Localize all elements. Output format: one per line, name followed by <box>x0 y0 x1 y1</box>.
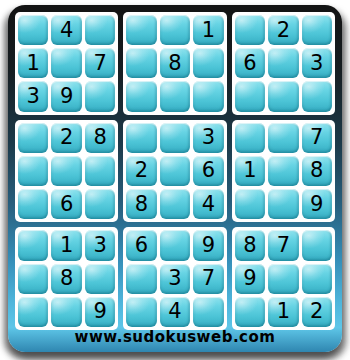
cell-r1c8[interactable]: 2 <box>268 15 298 45</box>
cell-r5c3[interactable] <box>85 156 115 186</box>
box-2-1: 286 <box>15 120 118 223</box>
cell-r9c3[interactable]: 9 <box>85 297 115 327</box>
box-1-3: 263 <box>232 12 335 115</box>
cell-r5c5[interactable] <box>160 156 190 186</box>
cell-r6c7[interactable] <box>235 189 265 219</box>
cell-r2c7[interactable]: 6 <box>235 48 265 78</box>
cell-r6c5[interactable] <box>160 189 190 219</box>
cell-r3c2[interactable]: 9 <box>51 81 81 111</box>
cell-r6c6[interactable]: 4 <box>193 189 223 219</box>
cell-r9c1[interactable] <box>18 297 48 327</box>
cell-r2c8[interactable] <box>268 48 298 78</box>
cell-r7c5[interactable] <box>160 230 190 260</box>
cell-r4c9[interactable]: 7 <box>302 123 332 153</box>
cell-r7c3[interactable]: 3 <box>85 230 115 260</box>
sudoku-board-plaque: 417391826328632684718913896937487912 www… <box>8 5 342 352</box>
cell-r9c6[interactable] <box>193 297 223 327</box>
cell-r5c7[interactable]: 1 <box>235 156 265 186</box>
cell-r3c7[interactable] <box>235 81 265 111</box>
cell-r4c3[interactable]: 8 <box>85 123 115 153</box>
box-3-2: 69374 <box>123 227 226 330</box>
cell-r6c1[interactable] <box>18 189 48 219</box>
box-1-1: 41739 <box>15 12 118 115</box>
cell-r2c4[interactable] <box>126 48 156 78</box>
cell-r4c5[interactable] <box>160 123 190 153</box>
cell-r2c5[interactable]: 8 <box>160 48 190 78</box>
cell-r1c3[interactable] <box>85 15 115 45</box>
cell-r1c9[interactable] <box>302 15 332 45</box>
site-footer: www.sudokusweb.com <box>8 328 342 346</box>
cell-r9c2[interactable] <box>51 297 81 327</box>
cell-r4c7[interactable] <box>235 123 265 153</box>
cell-r5c6[interactable]: 6 <box>193 156 223 186</box>
box-2-2: 32684 <box>123 120 226 223</box>
box-2-3: 7189 <box>232 120 335 223</box>
cell-r6c3[interactable] <box>85 189 115 219</box>
cell-r4c2[interactable]: 2 <box>51 123 81 153</box>
cell-r6c2[interactable]: 6 <box>51 189 81 219</box>
cell-r1c5[interactable] <box>160 15 190 45</box>
cell-r2c9[interactable]: 3 <box>302 48 332 78</box>
site-url[interactable]: www.sudokusweb.com <box>75 328 276 346</box>
cell-r4c6[interactable]: 3 <box>193 123 223 153</box>
sudoku-board: 417391826328632684718913896937487912 <box>15 12 335 330</box>
cell-r3c9[interactable] <box>302 81 332 111</box>
cell-r5c1[interactable] <box>18 156 48 186</box>
cell-r3c4[interactable] <box>126 81 156 111</box>
cell-r1c1[interactable] <box>18 15 48 45</box>
cell-r7c8[interactable]: 7 <box>268 230 298 260</box>
cell-r4c4[interactable] <box>126 123 156 153</box>
box-3-1: 1389 <box>15 227 118 330</box>
cell-r7c6[interactable]: 9 <box>193 230 223 260</box>
cell-r8c1[interactable] <box>18 264 48 294</box>
cell-r8c7[interactable]: 9 <box>235 264 265 294</box>
cell-r2c6[interactable] <box>193 48 223 78</box>
cell-r8c5[interactable]: 3 <box>160 264 190 294</box>
cell-r5c8[interactable] <box>268 156 298 186</box>
cell-r5c9[interactable]: 8 <box>302 156 332 186</box>
cell-r3c6[interactable] <box>193 81 223 111</box>
cell-r9c8[interactable]: 1 <box>268 297 298 327</box>
cell-r8c8[interactable] <box>268 264 298 294</box>
cell-r6c4[interactable]: 8 <box>126 189 156 219</box>
cell-r7c7[interactable]: 8 <box>235 230 265 260</box>
cell-r1c7[interactable] <box>235 15 265 45</box>
cell-r4c1[interactable] <box>18 123 48 153</box>
cell-r1c4[interactable] <box>126 15 156 45</box>
box-1-2: 18 <box>123 12 226 115</box>
cell-r1c6[interactable]: 1 <box>193 15 223 45</box>
cell-r8c9[interactable] <box>302 264 332 294</box>
cell-r8c2[interactable]: 8 <box>51 264 81 294</box>
cell-r5c4[interactable]: 2 <box>126 156 156 186</box>
cell-r6c9[interactable]: 9 <box>302 189 332 219</box>
cell-r2c2[interactable] <box>51 48 81 78</box>
cell-r7c4[interactable]: 6 <box>126 230 156 260</box>
box-3-3: 87912 <box>232 227 335 330</box>
cell-r9c4[interactable] <box>126 297 156 327</box>
cell-r3c8[interactable] <box>268 81 298 111</box>
cell-r8c4[interactable] <box>126 264 156 294</box>
cell-r3c5[interactable] <box>160 81 190 111</box>
cell-r1c2[interactable]: 4 <box>51 15 81 45</box>
cell-r7c1[interactable] <box>18 230 48 260</box>
cell-r2c3[interactable]: 7 <box>85 48 115 78</box>
cell-r6c8[interactable] <box>268 189 298 219</box>
cell-r9c5[interactable]: 4 <box>160 297 190 327</box>
cell-r5c2[interactable] <box>51 156 81 186</box>
cell-r9c9[interactable]: 2 <box>302 297 332 327</box>
cell-r7c9[interactable] <box>302 230 332 260</box>
cell-r8c6[interactable]: 7 <box>193 264 223 294</box>
cell-r7c2[interactable]: 1 <box>51 230 81 260</box>
cell-r3c1[interactable]: 3 <box>18 81 48 111</box>
cell-r8c3[interactable] <box>85 264 115 294</box>
cell-r9c7[interactable] <box>235 297 265 327</box>
cell-r2c1[interactable]: 1 <box>18 48 48 78</box>
cell-r3c3[interactable] <box>85 81 115 111</box>
cell-r4c8[interactable] <box>268 123 298 153</box>
